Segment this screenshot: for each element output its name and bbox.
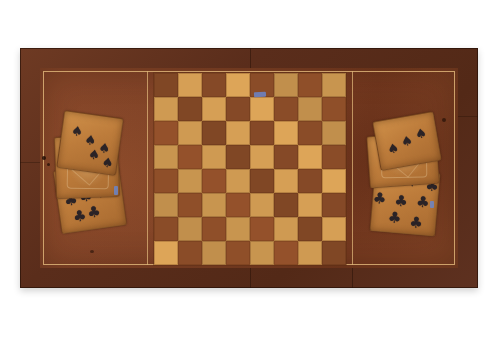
board-square-dark bbox=[322, 193, 346, 217]
board-square-dark bbox=[154, 169, 178, 193]
wood-knot-speck bbox=[42, 156, 46, 160]
club-icon: ♣ bbox=[72, 209, 87, 226]
board-square-dark bbox=[250, 121, 274, 145]
club-icon: ♣ bbox=[416, 194, 431, 210]
board-square-dark bbox=[298, 121, 322, 145]
board-square-light bbox=[202, 97, 226, 121]
photo-canvas: ♣♣♣♣♣♣♣♣♠♠♠♠♠ ♣♣♣♣♣♣♣♣♠♠♠ bbox=[0, 0, 500, 337]
board-square-dark bbox=[178, 193, 202, 217]
board-square-dark bbox=[298, 73, 322, 97]
blue-paint-mark-right-card bbox=[430, 201, 434, 208]
board-square-light bbox=[250, 145, 274, 169]
board-square-dark bbox=[274, 97, 298, 121]
blue-paint-mark-board bbox=[254, 92, 266, 98]
board-square-light bbox=[154, 193, 178, 217]
board-square-light bbox=[250, 241, 274, 265]
board-square-light bbox=[298, 145, 322, 169]
board-square-dark bbox=[298, 217, 322, 241]
wood-knot-speck bbox=[90, 250, 94, 253]
board-square-light bbox=[226, 217, 250, 241]
checkerboard bbox=[154, 73, 346, 265]
board-square-light bbox=[178, 121, 202, 145]
wood-knot-speck bbox=[47, 163, 50, 166]
board-square-light bbox=[322, 169, 346, 193]
board-square-dark bbox=[202, 217, 226, 241]
board-square-light bbox=[322, 217, 346, 241]
spade-icon: ♠ bbox=[88, 148, 101, 162]
wood-knot-speck bbox=[442, 118, 446, 122]
board-square-light bbox=[178, 217, 202, 241]
board-square-dark bbox=[274, 145, 298, 169]
board-square-light bbox=[274, 121, 298, 145]
board-square-dark bbox=[274, 193, 298, 217]
board-square-dark bbox=[250, 217, 274, 241]
board-square-light bbox=[298, 241, 322, 265]
board-square-light bbox=[298, 193, 322, 217]
board-square-light bbox=[226, 121, 250, 145]
stringing-inlay-left-divider bbox=[147, 71, 148, 265]
playing-card-left-five-of-spades: ♠♠♠♠♠ bbox=[56, 110, 123, 176]
board-square-dark bbox=[154, 121, 178, 145]
spade-icon: ♠ bbox=[400, 134, 414, 149]
playing-card-right-three-of-spades: ♠♠♠ bbox=[372, 111, 442, 171]
board-square-dark bbox=[202, 73, 226, 97]
board-square-light bbox=[274, 169, 298, 193]
board-square-dark bbox=[250, 169, 274, 193]
spade-icon: ♠ bbox=[414, 126, 428, 141]
board-square-dark bbox=[226, 97, 250, 121]
spade-icon: ♠ bbox=[70, 124, 83, 138]
club-icon: ♣ bbox=[387, 210, 402, 226]
board-square-dark bbox=[202, 169, 226, 193]
spade-icon: ♠ bbox=[386, 141, 400, 156]
board-square-dark bbox=[322, 241, 346, 265]
board-square-light bbox=[202, 193, 226, 217]
board-square-dark bbox=[178, 241, 202, 265]
board-square-light bbox=[202, 145, 226, 169]
blue-paint-mark-left-card bbox=[114, 186, 118, 195]
board-square-dark bbox=[226, 145, 250, 169]
board-square-dark bbox=[154, 73, 178, 97]
table-field: ♣♣♣♣♣♣♣♣♠♠♠♠♠ ♣♣♣♣♣♣♣♣♠♠♠ bbox=[40, 68, 458, 268]
board-square-light bbox=[226, 73, 250, 97]
board-square-dark bbox=[226, 193, 250, 217]
board-square-light bbox=[250, 193, 274, 217]
board-square-dark bbox=[226, 241, 250, 265]
stringing-inlay-right-divider bbox=[352, 71, 353, 265]
board-square-light bbox=[202, 241, 226, 265]
board-square-light bbox=[154, 145, 178, 169]
club-icon: ♣ bbox=[394, 194, 409, 210]
board-square-light bbox=[322, 73, 346, 97]
spade-icon: ♠ bbox=[101, 155, 114, 169]
club-icon: ♣ bbox=[409, 215, 424, 231]
board-square-light bbox=[322, 121, 346, 145]
board-square-light bbox=[154, 97, 178, 121]
board-square-dark bbox=[202, 121, 226, 145]
board-square-dark bbox=[178, 97, 202, 121]
board-square-light bbox=[274, 73, 298, 97]
games-table-top: ♣♣♣♣♣♣♣♣♠♠♠♠♠ ♣♣♣♣♣♣♣♣♠♠♠ bbox=[20, 48, 478, 288]
board-square-light bbox=[178, 73, 202, 97]
board-square-dark bbox=[298, 169, 322, 193]
board-square-light bbox=[274, 217, 298, 241]
board-square-dark bbox=[154, 217, 178, 241]
club-icon: ♣ bbox=[86, 204, 101, 221]
board-square-light bbox=[298, 97, 322, 121]
board-square-dark bbox=[274, 241, 298, 265]
board-square-dark bbox=[178, 145, 202, 169]
board-square-dark bbox=[322, 145, 346, 169]
board-square-light bbox=[154, 241, 178, 265]
club-icon: ♣ bbox=[372, 190, 387, 206]
board-square-dark bbox=[322, 97, 346, 121]
board-square-light bbox=[178, 169, 202, 193]
spade-icon: ♠ bbox=[84, 133, 97, 147]
board-square-light bbox=[226, 169, 250, 193]
board-square-light bbox=[250, 97, 274, 121]
